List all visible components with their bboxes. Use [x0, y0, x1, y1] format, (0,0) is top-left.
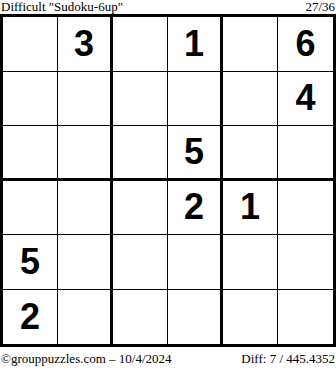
cell-r5c6[interactable]: [278, 235, 333, 290]
cell-r1c5[interactable]: [223, 17, 278, 72]
cell-r5c5[interactable]: [223, 235, 278, 290]
footer: ©grouppuzzles.com – 10/4/2024 Diff: 7 / …: [0, 352, 336, 366]
cell-r3c4[interactable]: 5: [168, 126, 223, 181]
cell-r1c6[interactable]: 6: [278, 17, 333, 72]
cell-r3c6[interactable]: [278, 126, 333, 181]
cell-r3c1[interactable]: [3, 126, 58, 181]
cell-r5c4[interactable]: [168, 235, 223, 290]
cell-counter: 27/36: [305, 0, 335, 13]
header: Difficult "Sudoku-6up" 27/36: [0, 0, 336, 14]
sudoku-board: 316452152: [0, 14, 336, 347]
cell-r4c6[interactable]: [278, 181, 333, 236]
cell-r4c3[interactable]: [113, 181, 168, 236]
cell-r4c2[interactable]: [58, 181, 113, 236]
cell-r5c2[interactable]: [58, 235, 113, 290]
cell-r2c3[interactable]: [113, 72, 168, 127]
cell-r1c1[interactable]: [3, 17, 58, 72]
cell-r6c4[interactable]: [168, 290, 223, 345]
cell-r4c1[interactable]: [3, 181, 58, 236]
cell-r2c4[interactable]: [168, 72, 223, 127]
puzzle-title: Difficult "Sudoku-6up": [1, 0, 123, 13]
cell-r6c6[interactable]: [278, 290, 333, 345]
cell-r1c4[interactable]: 1: [168, 17, 223, 72]
cell-r3c2[interactable]: [58, 126, 113, 181]
cell-r3c3[interactable]: [113, 126, 168, 181]
copyright-text: ©grouppuzzles.com – 10/4/2024: [1, 352, 172, 366]
cell-r6c5[interactable]: [223, 290, 278, 345]
difficulty-text: Diff: 7 / 445.4352: [241, 352, 335, 366]
cell-r6c3[interactable]: [113, 290, 168, 345]
cell-r2c6[interactable]: 4: [278, 72, 333, 127]
puzzle-page: Difficult "Sudoku-6up" 27/36 316452152 ©…: [0, 0, 336, 370]
cell-r2c5[interactable]: [223, 72, 278, 127]
cell-r6c1[interactable]: 2: [3, 290, 58, 345]
cell-r2c2[interactable]: [58, 72, 113, 127]
cell-r4c4[interactable]: 2: [168, 181, 223, 236]
cell-r3c5[interactable]: [223, 126, 278, 181]
cell-r6c2[interactable]: [58, 290, 113, 345]
cell-r1c3[interactable]: [113, 17, 168, 72]
cell-r2c1[interactable]: [3, 72, 58, 127]
cell-r4c5[interactable]: 1: [223, 181, 278, 236]
cell-r5c3[interactable]: [113, 235, 168, 290]
cell-r1c2[interactable]: 3: [58, 17, 113, 72]
cell-r5c1[interactable]: 5: [3, 235, 58, 290]
